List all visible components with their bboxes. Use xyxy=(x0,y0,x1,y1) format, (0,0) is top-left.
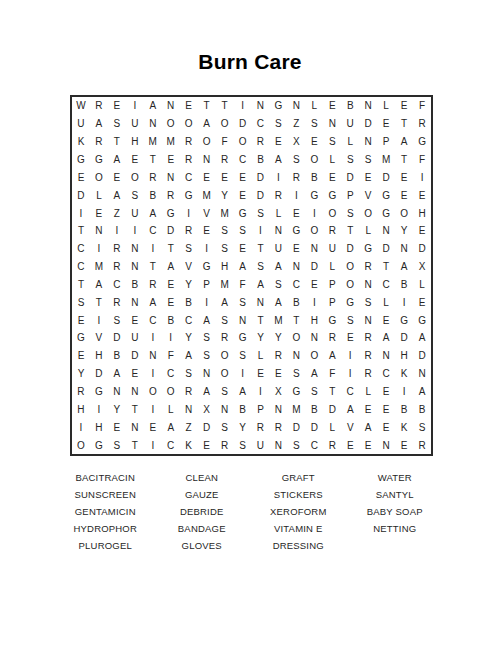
grid-cell[interactable]: O xyxy=(126,168,144,186)
grid-cell[interactable]: E xyxy=(144,418,162,436)
grid-cell[interactable]: T xyxy=(395,151,413,169)
grid-cell[interactable]: A xyxy=(198,115,216,133)
grid-cell[interactable]: U xyxy=(323,240,341,258)
grid-cell[interactable]: R xyxy=(269,186,287,204)
grid-cell[interactable]: E xyxy=(162,276,180,294)
grid-cell[interactable]: S xyxy=(216,222,234,240)
grid-cell[interactable]: I xyxy=(90,400,108,418)
grid-cell[interactable]: O xyxy=(287,329,305,347)
grid-cell[interactable]: E xyxy=(341,436,359,454)
grid-cell[interactable]: T xyxy=(162,240,180,258)
grid-cell[interactable]: O xyxy=(341,276,359,294)
grid-cell[interactable]: I xyxy=(180,204,198,222)
grid-cell[interactable]: N xyxy=(144,347,162,365)
grid-cell[interactable]: E xyxy=(234,186,252,204)
grid-cell[interactable]: N xyxy=(269,222,287,240)
grid-cell[interactable]: E xyxy=(323,97,341,115)
grid-cell[interactable]: A xyxy=(90,276,108,294)
grid-cell[interactable]: E xyxy=(72,168,90,186)
grid-cell[interactable]: N xyxy=(198,151,216,169)
grid-cell[interactable]: N xyxy=(323,115,341,133)
grid-cell[interactable]: G xyxy=(234,329,252,347)
grid-cell[interactable]: D xyxy=(252,168,270,186)
grid-cell[interactable]: L xyxy=(162,400,180,418)
grid-cell[interactable]: R xyxy=(162,186,180,204)
grid-cell[interactable]: I xyxy=(72,418,90,436)
grid-cell[interactable]: A xyxy=(305,365,323,383)
grid-cell[interactable]: F xyxy=(413,151,431,169)
grid-cell[interactable]: E xyxy=(377,400,395,418)
grid-cell[interactable]: Z xyxy=(287,115,305,133)
grid-cell[interactable]: B xyxy=(305,168,323,186)
grid-cell[interactable]: S xyxy=(234,347,252,365)
grid-cell[interactable]: V xyxy=(90,329,108,347)
grid-cell[interactable]: R xyxy=(180,383,198,401)
grid-cell[interactable]: E xyxy=(377,311,395,329)
grid-cell[interactable]: A xyxy=(269,258,287,276)
grid-cell[interactable]: I xyxy=(341,365,359,383)
grid-cell[interactable]: L xyxy=(377,97,395,115)
grid-cell[interactable]: C xyxy=(144,222,162,240)
grid-cell[interactable]: O xyxy=(395,204,413,222)
grid-cell[interactable]: F xyxy=(413,97,431,115)
grid-cell[interactable]: G xyxy=(198,258,216,276)
grid-cell[interactable]: K xyxy=(72,133,90,151)
grid-cell[interactable]: T xyxy=(216,97,234,115)
grid-cell[interactable]: E xyxy=(126,151,144,169)
grid-cell[interactable]: D xyxy=(234,115,252,133)
grid-cell[interactable]: L xyxy=(377,293,395,311)
grid-cell[interactable]: M xyxy=(216,276,234,294)
grid-cell[interactable]: H xyxy=(413,204,431,222)
grid-cell[interactable]: F xyxy=(234,276,252,294)
grid-cell[interactable]: E xyxy=(395,97,413,115)
grid-cell[interactable]: B xyxy=(234,400,252,418)
grid-cell[interactable]: P xyxy=(323,276,341,294)
grid-cell[interactable]: O xyxy=(216,115,234,133)
grid-cell[interactable]: P xyxy=(341,186,359,204)
grid-cell[interactable]: D xyxy=(72,186,90,204)
grid-cell[interactable]: R xyxy=(323,436,341,454)
grid-cell[interactable]: I xyxy=(198,293,216,311)
grid-cell[interactable]: I xyxy=(144,400,162,418)
grid-cell[interactable]: A xyxy=(323,347,341,365)
grid-cell[interactable]: R xyxy=(359,365,377,383)
grid-cell[interactable]: Y xyxy=(72,365,90,383)
grid-cell[interactable]: R xyxy=(413,115,431,133)
grid-cell[interactable]: P xyxy=(198,276,216,294)
grid-cell[interactable]: D xyxy=(252,186,270,204)
grid-cell[interactable]: E xyxy=(269,133,287,151)
grid-cell[interactable]: S xyxy=(341,151,359,169)
grid-cell[interactable]: D xyxy=(413,347,431,365)
grid-cell[interactable]: A xyxy=(252,276,270,294)
grid-cell[interactable]: Y xyxy=(216,186,234,204)
grid-cell[interactable]: M xyxy=(216,204,234,222)
grid-cell[interactable]: P xyxy=(377,133,395,151)
grid-cell[interactable]: C xyxy=(252,115,270,133)
grid-cell[interactable]: S xyxy=(108,311,126,329)
grid-cell[interactable]: Z xyxy=(180,418,198,436)
grid-cell[interactable]: I xyxy=(162,329,180,347)
grid-cell[interactable]: T xyxy=(252,240,270,258)
grid-cell[interactable]: A xyxy=(359,418,377,436)
grid-cell[interactable]: R xyxy=(287,168,305,186)
grid-cell[interactable]: M xyxy=(287,400,305,418)
grid-cell[interactable]: E xyxy=(108,418,126,436)
grid-cell[interactable]: N xyxy=(144,115,162,133)
grid-cell[interactable]: K xyxy=(180,436,198,454)
grid-cell[interactable]: A xyxy=(269,293,287,311)
grid-cell[interactable]: P xyxy=(323,293,341,311)
grid-cell[interactable]: A xyxy=(234,258,252,276)
grid-cell[interactable]: E xyxy=(108,168,126,186)
grid-cell[interactable]: X xyxy=(269,383,287,401)
grid-cell[interactable]: S xyxy=(305,115,323,133)
grid-cell[interactable]: E xyxy=(395,186,413,204)
grid-cell[interactable]: S xyxy=(216,311,234,329)
grid-cell[interactable]: T xyxy=(90,293,108,311)
grid-cell[interactable]: D xyxy=(341,168,359,186)
grid-cell[interactable]: E xyxy=(162,293,180,311)
grid-cell[interactable]: I xyxy=(305,204,323,222)
grid-cell[interactable]: N xyxy=(90,222,108,240)
grid-cell[interactable]: I xyxy=(395,293,413,311)
grid-cell[interactable]: X xyxy=(198,400,216,418)
grid-cell[interactable]: I xyxy=(126,222,144,240)
grid-cell[interactable]: L xyxy=(323,258,341,276)
grid-cell[interactable]: A xyxy=(198,311,216,329)
grid-cell[interactable]: R xyxy=(72,383,90,401)
grid-cell[interactable]: R xyxy=(323,222,341,240)
grid-cell[interactable]: A xyxy=(377,329,395,347)
grid-cell[interactable]: I xyxy=(341,347,359,365)
grid-cell[interactable]: I xyxy=(234,97,252,115)
grid-cell[interactable]: A xyxy=(395,258,413,276)
grid-cell[interactable]: C xyxy=(287,276,305,294)
grid-cell[interactable]: E xyxy=(359,436,377,454)
grid-cell[interactable]: Y xyxy=(269,329,287,347)
grid-cell[interactable]: I xyxy=(90,311,108,329)
grid-cell[interactable]: E xyxy=(305,276,323,294)
grid-cell[interactable]: C xyxy=(180,311,198,329)
grid-cell[interactable]: M xyxy=(144,133,162,151)
grid-cell[interactable]: E xyxy=(305,133,323,151)
grid-cell[interactable]: L xyxy=(305,97,323,115)
grid-cell[interactable]: N xyxy=(359,133,377,151)
grid-cell[interactable]: T xyxy=(395,115,413,133)
grid-cell[interactable]: S xyxy=(126,186,144,204)
grid-cell[interactable]: O xyxy=(305,151,323,169)
grid-cell[interactable]: X xyxy=(413,258,431,276)
grid-cell[interactable]: C xyxy=(108,276,126,294)
grid-cell[interactable]: Y xyxy=(180,329,198,347)
grid-cell[interactable]: O xyxy=(180,115,198,133)
grid-cell[interactable]: S xyxy=(234,293,252,311)
grid-cell[interactable]: P xyxy=(252,400,270,418)
grid-cell[interactable]: D xyxy=(305,418,323,436)
grid-cell[interactable]: C xyxy=(144,311,162,329)
grid-cell[interactable]: N xyxy=(252,97,270,115)
grid-cell[interactable]: C xyxy=(72,240,90,258)
grid-cell[interactable]: Y xyxy=(180,276,198,294)
grid-cell[interactable]: U xyxy=(126,115,144,133)
grid-cell[interactable]: L xyxy=(252,347,270,365)
grid-cell[interactable]: I xyxy=(108,222,126,240)
grid-cell[interactable]: I xyxy=(144,365,162,383)
grid-cell[interactable]: E xyxy=(72,347,90,365)
grid-cell[interactable]: G xyxy=(269,97,287,115)
grid-cell[interactable]: L xyxy=(269,204,287,222)
grid-cell[interactable]: S xyxy=(108,115,126,133)
grid-cell[interactable]: D xyxy=(126,347,144,365)
grid-cell[interactable]: C xyxy=(162,365,180,383)
grid-cell[interactable]: E xyxy=(126,311,144,329)
grid-cell[interactable]: E xyxy=(413,293,431,311)
grid-cell[interactable]: R xyxy=(144,276,162,294)
grid-cell[interactable]: H xyxy=(305,311,323,329)
grid-cell[interactable]: G xyxy=(180,186,198,204)
grid-cell[interactable]: S xyxy=(341,311,359,329)
grid-cell[interactable]: E xyxy=(72,311,90,329)
grid-cell[interactable]: E xyxy=(162,151,180,169)
grid-cell[interactable]: I xyxy=(252,222,270,240)
grid-cell[interactable]: C xyxy=(162,436,180,454)
grid-cell[interactable]: G xyxy=(72,329,90,347)
grid-cell[interactable]: R xyxy=(359,347,377,365)
grid-cell[interactable]: T xyxy=(323,383,341,401)
grid-cell[interactable]: G xyxy=(323,311,341,329)
grid-cell[interactable]: G xyxy=(359,240,377,258)
grid-cell[interactable]: R xyxy=(413,436,431,454)
grid-cell[interactable]: O xyxy=(162,115,180,133)
grid-cell[interactable]: O xyxy=(234,133,252,151)
grid-cell[interactable]: I xyxy=(198,240,216,258)
grid-cell[interactable]: A xyxy=(395,133,413,151)
grid-cell[interactable]: S xyxy=(305,383,323,401)
grid-cell[interactable]: S xyxy=(413,418,431,436)
grid-cell[interactable]: O xyxy=(162,383,180,401)
grid-cell[interactable]: A xyxy=(144,97,162,115)
grid-cell[interactable]: I xyxy=(395,383,413,401)
grid-cell[interactable]: S xyxy=(323,133,341,151)
grid-cell[interactable]: N xyxy=(126,383,144,401)
grid-cell[interactable]: N xyxy=(359,311,377,329)
grid-cell[interactable]: N xyxy=(377,436,395,454)
grid-cell[interactable]: I xyxy=(144,329,162,347)
grid-cell[interactable]: N xyxy=(234,311,252,329)
grid-cell[interactable]: N xyxy=(287,258,305,276)
grid-cell[interactable]: Y xyxy=(108,400,126,418)
grid-cell[interactable]: D xyxy=(305,258,323,276)
grid-cell[interactable]: V xyxy=(341,418,359,436)
grid-cell[interactable]: T xyxy=(287,311,305,329)
grid-cell[interactable]: E xyxy=(180,97,198,115)
grid-cell[interactable]: S xyxy=(287,436,305,454)
grid-cell[interactable]: H xyxy=(395,347,413,365)
grid-cell[interactable]: Y xyxy=(395,222,413,240)
grid-cell[interactable]: N xyxy=(216,400,234,418)
grid-cell[interactable]: T xyxy=(144,258,162,276)
grid-cell[interactable]: O xyxy=(323,204,341,222)
grid-cell[interactable]: G xyxy=(413,311,431,329)
grid-cell[interactable]: W xyxy=(72,97,90,115)
grid-cell[interactable]: B xyxy=(144,186,162,204)
grid-cell[interactable]: S xyxy=(72,293,90,311)
grid-cell[interactable]: R xyxy=(359,329,377,347)
grid-cell[interactable]: L xyxy=(323,151,341,169)
grid-cell[interactable]: E xyxy=(413,222,431,240)
grid-cell[interactable]: R xyxy=(180,133,198,151)
grid-cell[interactable]: D xyxy=(323,400,341,418)
grid-cell[interactable]: A xyxy=(108,151,126,169)
grid-cell[interactable]: I xyxy=(305,293,323,311)
grid-cell[interactable]: U xyxy=(269,240,287,258)
grid-cell[interactable]: B xyxy=(180,293,198,311)
grid-cell[interactable]: M xyxy=(269,311,287,329)
grid-cell[interactable]: H xyxy=(126,133,144,151)
grid-cell[interactable]: D xyxy=(359,115,377,133)
grid-cell[interactable]: U xyxy=(72,115,90,133)
grid-cell[interactable]: N xyxy=(162,168,180,186)
grid-cell[interactable]: O xyxy=(216,347,234,365)
grid-cell[interactable]: Y xyxy=(252,329,270,347)
grid-cell[interactable]: A xyxy=(269,151,287,169)
grid-cell[interactable]: D xyxy=(341,240,359,258)
grid-cell[interactable]: S xyxy=(287,151,305,169)
grid-cell[interactable]: V xyxy=(359,186,377,204)
grid-cell[interactable]: B xyxy=(305,400,323,418)
grid-cell[interactable]: R xyxy=(108,293,126,311)
grid-cell[interactable]: N xyxy=(287,97,305,115)
grid-cell[interactable]: U xyxy=(341,115,359,133)
grid-cell[interactable]: Z xyxy=(108,204,126,222)
grid-cell[interactable]: T xyxy=(126,400,144,418)
grid-cell[interactable]: E xyxy=(216,168,234,186)
grid-cell[interactable]: I xyxy=(144,240,162,258)
grid-cell[interactable]: B xyxy=(252,151,270,169)
grid-cell[interactable]: E xyxy=(269,365,287,383)
grid-cell[interactable]: T xyxy=(144,151,162,169)
grid-cell[interactable]: A xyxy=(341,400,359,418)
grid-cell[interactable]: E xyxy=(377,383,395,401)
grid-cell[interactable]: O xyxy=(144,383,162,401)
grid-cell[interactable]: R xyxy=(216,151,234,169)
grid-cell[interactable]: G xyxy=(377,186,395,204)
grid-cell[interactable]: A xyxy=(198,383,216,401)
grid-cell[interactable]: K xyxy=(395,365,413,383)
grid-cell[interactable]: C xyxy=(341,383,359,401)
grid-cell[interactable]: S xyxy=(198,347,216,365)
grid-cell[interactable]: E xyxy=(198,168,216,186)
grid-cell[interactable]: H xyxy=(72,400,90,418)
grid-cell[interactable]: D xyxy=(377,240,395,258)
grid-cell[interactable]: C xyxy=(234,151,252,169)
grid-cell[interactable]: N xyxy=(126,258,144,276)
grid-cell[interactable]: S xyxy=(269,115,287,133)
grid-cell[interactable]: B xyxy=(126,276,144,294)
grid-cell[interactable]: E xyxy=(359,400,377,418)
grid-cell[interactable]: S xyxy=(180,365,198,383)
grid-cell[interactable]: L xyxy=(359,222,377,240)
grid-cell[interactable]: N xyxy=(395,240,413,258)
grid-cell[interactable]: L xyxy=(413,276,431,294)
grid-cell[interactable]: Y xyxy=(234,418,252,436)
grid-cell[interactable]: C xyxy=(72,258,90,276)
grid-cell[interactable]: G xyxy=(72,151,90,169)
grid-cell[interactable]: T xyxy=(252,311,270,329)
grid-cell[interactable]: A xyxy=(144,204,162,222)
grid-cell[interactable]: B xyxy=(395,400,413,418)
grid-cell[interactable]: E xyxy=(126,365,144,383)
grid-cell[interactable]: X xyxy=(287,133,305,151)
grid-cell[interactable]: N xyxy=(126,240,144,258)
grid-cell[interactable]: E xyxy=(198,222,216,240)
grid-cell[interactable]: S xyxy=(252,258,270,276)
grid-cell[interactable]: A xyxy=(108,365,126,383)
grid-cell[interactable]: G xyxy=(395,311,413,329)
grid-cell[interactable]: I xyxy=(72,204,90,222)
grid-cell[interactable]: O xyxy=(341,258,359,276)
grid-cell[interactable]: R xyxy=(108,258,126,276)
grid-cell[interactable]: S xyxy=(180,240,198,258)
grid-cell[interactable]: A xyxy=(162,418,180,436)
grid-cell[interactable]: E xyxy=(198,436,216,454)
grid-cell[interactable]: N xyxy=(305,329,323,347)
grid-cell[interactable]: L xyxy=(90,186,108,204)
grid-cell[interactable]: G xyxy=(90,151,108,169)
grid-cell[interactable]: T xyxy=(72,276,90,294)
grid-cell[interactable]: G xyxy=(323,186,341,204)
grid-cell[interactable]: R xyxy=(90,97,108,115)
grid-cell[interactable]: S xyxy=(108,436,126,454)
grid-cell[interactable]: U xyxy=(126,204,144,222)
grid-cell[interactable]: M xyxy=(377,151,395,169)
grid-cell[interactable]: D xyxy=(90,365,108,383)
grid-cell[interactable]: N xyxy=(269,436,287,454)
grid-cell[interactable]: B xyxy=(395,276,413,294)
grid-cell[interactable]: A xyxy=(413,383,431,401)
grid-cell[interactable]: R xyxy=(180,151,198,169)
grid-cell[interactable]: I xyxy=(287,186,305,204)
grid-cell[interactable]: S xyxy=(359,151,377,169)
grid-cell[interactable]: O xyxy=(90,168,108,186)
grid-cell[interactable]: N xyxy=(377,222,395,240)
grid-cell[interactable]: E xyxy=(287,204,305,222)
grid-cell[interactable]: T xyxy=(377,258,395,276)
grid-cell[interactable]: R xyxy=(359,258,377,276)
grid-cell[interactable]: N xyxy=(108,383,126,401)
grid-cell[interactable]: I xyxy=(269,168,287,186)
grid-cell[interactable]: M xyxy=(162,133,180,151)
grid-cell[interactable]: D xyxy=(395,329,413,347)
grid-cell[interactable]: R xyxy=(144,168,162,186)
grid-cell[interactable]: E xyxy=(359,168,377,186)
grid-cell[interactable]: E xyxy=(252,365,270,383)
grid-cell[interactable]: R xyxy=(216,329,234,347)
grid-cell[interactable]: B xyxy=(413,400,431,418)
grid-cell[interactable]: A xyxy=(180,347,198,365)
grid-cell[interactable]: R xyxy=(269,418,287,436)
grid-cell[interactable]: G xyxy=(305,186,323,204)
grid-cell[interactable]: R xyxy=(252,418,270,436)
grid-cell[interactable]: B xyxy=(341,97,359,115)
grid-cell[interactable]: C xyxy=(305,436,323,454)
grid-cell[interactable]: E xyxy=(108,97,126,115)
grid-cell[interactable]: I xyxy=(413,168,431,186)
grid-cell[interactable]: N xyxy=(126,418,144,436)
grid-cell[interactable]: D xyxy=(377,168,395,186)
